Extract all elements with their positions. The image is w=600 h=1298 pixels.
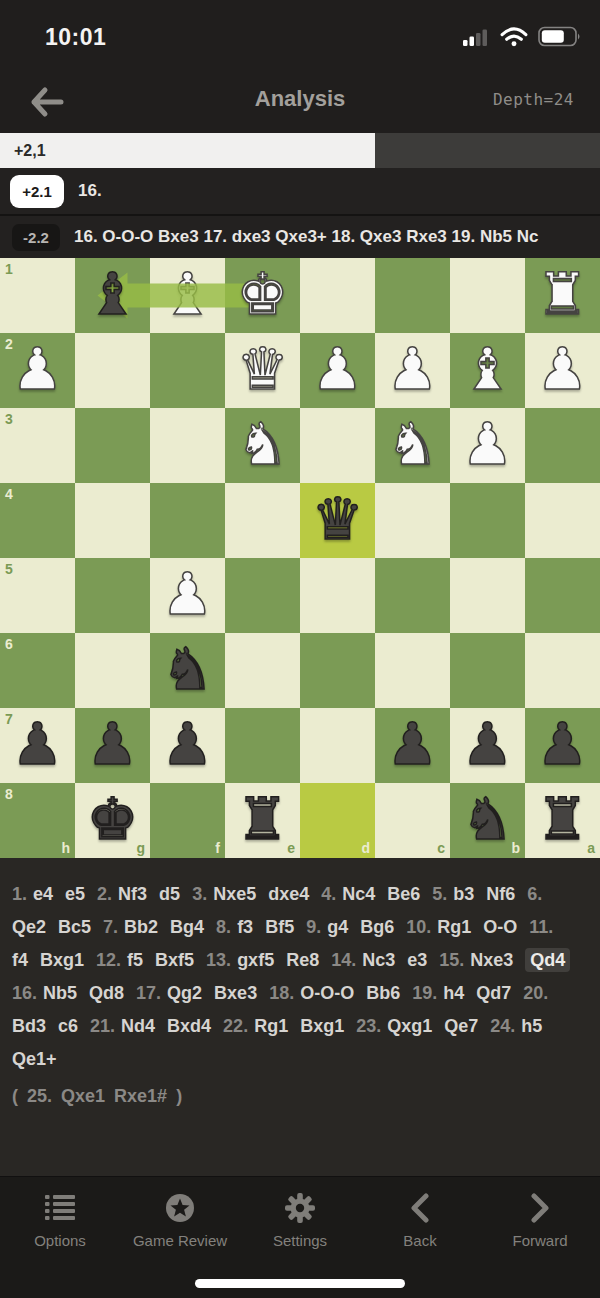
piece-wN-e3: ♞	[225, 408, 300, 483]
move-token[interactable]: Bb6	[366, 983, 400, 1003]
piece-wB-f1: ♝	[150, 258, 225, 333]
piece-wP-b3: ♟	[450, 408, 525, 483]
piece-bQ-d4: ♛	[300, 483, 375, 558]
analysis-screen: 10:01 Analy	[0, 0, 600, 1298]
move-token[interactable]: h5	[521, 1016, 542, 1036]
square-d4[interactable]: ♛	[300, 483, 375, 558]
move-token[interactable]: Rg1	[437, 917, 471, 937]
evaluation-bar: +2,1	[0, 133, 600, 168]
move-token[interactable]: Bg6	[360, 917, 394, 937]
move-number: 23.	[356, 1016, 381, 1036]
move-token: Rxe1#	[114, 1086, 167, 1106]
file-label-c: c	[437, 840, 445, 856]
move-number: 22.	[223, 1016, 248, 1036]
move-token[interactable]: e5	[65, 884, 85, 904]
move-token[interactable]: O-O	[483, 917, 517, 937]
square-c8[interactable]: c	[375, 783, 450, 858]
piece-bN-f6: ♞	[150, 633, 225, 708]
move-number: 24.	[490, 1016, 515, 1036]
move-token[interactable]: Nc4	[342, 884, 375, 904]
status-bar: 10:01	[0, 0, 600, 70]
move-token[interactable]: Qd7	[476, 983, 511, 1003]
square-h3[interactable]: 3	[0, 408, 75, 483]
move-number: 4.	[321, 884, 336, 904]
move-list-line-4: 16.Nb5Qd817.Qg2Bxe318.O-O-OBb619.h4Qd720…	[12, 977, 588, 1010]
square-h8[interactable]: 8h	[0, 783, 75, 858]
move-token[interactable]: Bc5	[58, 917, 91, 937]
square-c6[interactable]	[375, 633, 450, 708]
move-token[interactable]: Be6	[387, 884, 420, 904]
square-b8[interactable]: b♞	[450, 783, 525, 858]
square-d6[interactable]	[300, 633, 375, 708]
move-list-line-3: f4Bxg112.f5Bxf513.gxf5Re814.Nc3e315.Nxe3…	[12, 944, 588, 977]
square-a4[interactable]	[525, 483, 600, 558]
move-token[interactable]: Qxg1	[387, 1016, 432, 1036]
square-c1[interactable]	[375, 258, 450, 333]
move-token[interactable]: Nb5	[43, 983, 77, 1003]
move-number: 10.	[406, 917, 431, 937]
move-token[interactable]: Bxd4	[167, 1016, 211, 1036]
rank-label-3: 3	[5, 411, 13, 427]
move-token: )	[176, 1086, 182, 1106]
eval-badge: -2.2	[12, 224, 60, 251]
square-f1[interactable]: ♝	[150, 258, 225, 333]
move-token[interactable]: Nxe5	[213, 884, 256, 904]
file-label-f: f	[215, 840, 220, 856]
engine-line-2[interactable]: -2.2 16. O-O-O Bxe3 17. dxe3 Qxe3+ 18. Q…	[0, 216, 600, 258]
move-number: 7.	[103, 917, 118, 937]
move-number: 17.	[136, 983, 161, 1003]
move-token[interactable]: Re8	[286, 950, 319, 970]
square-b5[interactable]	[450, 558, 525, 633]
piece-bP-c7: ♟	[375, 708, 450, 783]
piece-wP-c2: ♟	[375, 333, 450, 408]
move-token[interactable]: b3	[453, 884, 474, 904]
square-f2[interactable]	[150, 333, 225, 408]
piece-bR-a8: ♜	[525, 783, 600, 858]
square-e1[interactable]: ♚	[225, 258, 300, 333]
move-number: 14.	[331, 950, 356, 970]
nav-label: Options	[34, 1232, 86, 1249]
nav-label: Game Review	[133, 1232, 227, 1249]
square-g1[interactable]: ♝	[75, 258, 150, 333]
rank-label-4: 4	[5, 486, 13, 502]
engine-line-moves: 16. O-O-O Bxe3 17. dxe3 Qxe3+ 18. Qxe3 R…	[74, 227, 538, 247]
square-c2[interactable]: ♟	[375, 333, 450, 408]
move-token[interactable]: Bf5	[265, 917, 294, 937]
square-f8[interactable]: f	[150, 783, 225, 858]
square-b3[interactable]: ♟	[450, 408, 525, 483]
move-number: 5.	[432, 884, 447, 904]
battery-icon	[538, 26, 582, 47]
move-token[interactable]: dxe4	[268, 884, 309, 904]
square-a5[interactable]	[525, 558, 600, 633]
piece-bP-a7: ♟	[525, 708, 600, 783]
move-list-line-1: 1.e4e52.Nf3d53.Nxe5dxe44.Nc4Be65.b3Nf66.	[12, 878, 588, 911]
piece-bB-g1: ♝	[75, 258, 150, 333]
move-token[interactable]: f4	[12, 950, 28, 970]
move-number: 19.	[412, 983, 437, 1003]
square-a6[interactable]	[525, 633, 600, 708]
square-h1[interactable]: 1	[0, 258, 75, 333]
square-g4[interactable]	[75, 483, 150, 558]
square-c3[interactable]: ♞	[375, 408, 450, 483]
file-label-h: h	[61, 840, 70, 856]
move-number: 18.	[269, 983, 294, 1003]
square-g6[interactable]	[75, 633, 150, 708]
square-h6[interactable]: 6	[0, 633, 75, 708]
move-number: 11.	[529, 917, 553, 937]
move-list: 1.e4e52.Nf3d53.Nxe5dxe44.Nc4Be65.b3Nf66.…	[0, 858, 600, 1176]
move-token[interactable]: Qd8	[89, 983, 124, 1003]
move-token[interactable]: O-O-O	[300, 983, 354, 1003]
evaluation-value: +2,1	[14, 142, 46, 160]
piece-bP-g7: ♟	[75, 708, 150, 783]
square-e2[interactable]: ♛	[225, 333, 300, 408]
square-a8[interactable]: a♜	[525, 783, 600, 858]
evaluation-bar-white-fill: +2,1	[0, 133, 375, 168]
square-g8[interactable]: g♚	[75, 783, 150, 858]
square-f6[interactable]: ♞	[150, 633, 225, 708]
square-d3[interactable]	[300, 408, 375, 483]
move-token[interactable]: Bb2	[124, 917, 158, 937]
square-a3[interactable]	[525, 408, 600, 483]
move-token[interactable]: c6	[58, 1016, 78, 1036]
engine-depth-label: Depth=24	[493, 90, 574, 109]
piece-bP-f7: ♟	[150, 708, 225, 783]
square-b6[interactable]	[450, 633, 525, 708]
piece-bP-h7: ♟	[0, 708, 75, 783]
chess-board: 1♝♝♚♜2♟♛♟♟♝♟3♞♞♟4♛5♟6♞7♟♟♟♟♟♟8hg♚fe♜dcb♞…	[0, 258, 600, 858]
rank-label-6: 6	[5, 636, 13, 652]
square-e4[interactable]	[225, 483, 300, 558]
move-token: (	[12, 1086, 18, 1106]
piece-wP-d2: ♟	[300, 333, 375, 408]
move-number: 9.	[306, 917, 321, 937]
square-g3[interactable]	[75, 408, 150, 483]
header: Analysis Depth=24	[0, 70, 600, 133]
square-e8[interactable]: e♜	[225, 783, 300, 858]
engine-line-moves: 16.	[78, 181, 102, 201]
move-list-line-6: Qe1+	[12, 1043, 588, 1076]
square-c5[interactable]	[375, 558, 450, 633]
move-number: 21.	[90, 1016, 115, 1036]
square-h7[interactable]: 7♟	[0, 708, 75, 783]
move-number: 3.	[192, 884, 207, 904]
square-d8[interactable]: d	[300, 783, 375, 858]
move-token[interactable]: g4	[327, 917, 348, 937]
gear-icon	[284, 1191, 316, 1225]
square-f3[interactable]	[150, 408, 225, 483]
move-token[interactable]: f3	[237, 917, 253, 937]
square-h2[interactable]: 2♟	[0, 333, 75, 408]
move-token[interactable]: f5	[127, 950, 143, 970]
square-d5[interactable]	[300, 558, 375, 633]
move-number: 1.	[12, 884, 27, 904]
square-e7[interactable]	[225, 708, 300, 783]
move-token[interactable]: Qe1+	[12, 1049, 57, 1069]
move-number: 6.	[527, 884, 542, 904]
move-token[interactable]: Rg1	[254, 1016, 288, 1036]
move-token[interactable]: e4	[33, 884, 53, 904]
square-b2[interactable]: ♝	[450, 333, 525, 408]
nav-item-forward[interactable]: Forward	[480, 1177, 600, 1298]
move-list-line-2: Qe2Bc57.Bb2Bg48.f3Bf59.g4Bg610.Rg1O-O11.	[12, 911, 588, 944]
home-indicator[interactable]	[195, 1279, 405, 1288]
square-h5[interactable]: 5	[0, 558, 75, 633]
piece-bP-b7: ♟	[450, 708, 525, 783]
move-token[interactable]: Nxe3	[470, 950, 513, 970]
piece-wB-b2: ♝	[450, 333, 525, 408]
move-number: 2.	[97, 884, 112, 904]
move-token[interactable]: Qg2	[167, 983, 202, 1003]
square-c7[interactable]: ♟	[375, 708, 450, 783]
square-d1[interactable]	[300, 258, 375, 333]
options-list-icon	[45, 1191, 75, 1225]
piece-wP-h2: ♟	[0, 333, 75, 408]
move-token[interactable]: Bxf5	[155, 950, 194, 970]
move-token[interactable]: Bxe3	[214, 983, 257, 1003]
eval-badge: +2.1	[10, 175, 64, 208]
move-number: 20.	[523, 983, 548, 1003]
square-g5[interactable]	[75, 558, 150, 633]
move-number: 16.	[12, 983, 37, 1003]
move-token[interactable]: Nc3	[362, 950, 395, 970]
move-number: 8.	[216, 917, 231, 937]
move-number: 13.	[206, 950, 231, 970]
move-token[interactable]: Bg4	[170, 917, 204, 937]
square-b1[interactable]	[450, 258, 525, 333]
clock-time: 10:01	[45, 24, 106, 51]
move-token[interactable]: Nf3	[118, 884, 147, 904]
move-list-line-5: Bd3c621.Nd4Bxd422.Rg1Bxg123.Qxg1Qe724.h5	[12, 1010, 588, 1043]
square-d7[interactable]	[300, 708, 375, 783]
move-token[interactable]: Nd4	[121, 1016, 155, 1036]
square-e3[interactable]: ♞	[225, 408, 300, 483]
move-list-line-7: (25.Qxe1Rxe1#)	[12, 1080, 588, 1113]
move-token: Qxe1	[61, 1086, 105, 1106]
square-b4[interactable]	[450, 483, 525, 558]
nav-label: Forward	[512, 1232, 567, 1249]
engine-line-1[interactable]: +2.1 16.	[0, 168, 600, 214]
square-g7[interactable]: ♟	[75, 708, 150, 783]
piece-wP-a2: ♟	[525, 333, 600, 408]
square-f4[interactable]	[150, 483, 225, 558]
move-token[interactable]: Qe2	[12, 917, 46, 937]
piece-wK-e1: ♚	[225, 258, 300, 333]
piece-bR-e8: ♜	[225, 783, 300, 858]
move-token[interactable]: e3	[407, 950, 427, 970]
piece-wR-a1: ♜	[525, 258, 600, 333]
rank-label-5: 5	[5, 561, 13, 577]
move-number: 15.	[439, 950, 464, 970]
move-number: 12.	[96, 950, 121, 970]
wifi-icon	[499, 26, 529, 47]
square-a7[interactable]: ♟	[525, 708, 600, 783]
file-label-d: d	[361, 840, 370, 856]
piece-bN-b8: ♞	[450, 783, 525, 858]
square-f7[interactable]: ♟	[150, 708, 225, 783]
square-c4[interactable]	[375, 483, 450, 558]
square-d2[interactable]: ♟	[300, 333, 375, 408]
piece-wP-f5: ♟	[150, 558, 225, 633]
move-token: 25.	[27, 1086, 52, 1106]
square-g2[interactable]	[75, 333, 150, 408]
rank-label-8: 8	[5, 786, 13, 802]
square-b7[interactable]: ♟	[450, 708, 525, 783]
piece-wN-c3: ♞	[375, 408, 450, 483]
move-token[interactable]: gxf5	[237, 950, 274, 970]
rank-label-1: 1	[5, 261, 13, 277]
chevron-right-icon	[529, 1191, 551, 1225]
move-token[interactable]: Bxg1	[40, 950, 84, 970]
move-token[interactable]: Bd3	[12, 1016, 46, 1036]
star-circle-icon	[164, 1191, 196, 1225]
status-icons	[463, 26, 582, 47]
move-token[interactable]: Bxg1	[300, 1016, 344, 1036]
piece-bK-g8: ♚	[75, 783, 150, 858]
square-h4[interactable]: 4	[0, 483, 75, 558]
move-token[interactable]: Qe7	[444, 1016, 478, 1036]
cellular-signal-icon	[463, 28, 490, 46]
move-token[interactable]: h4	[443, 983, 464, 1003]
square-a2[interactable]: ♟	[525, 333, 600, 408]
move-current[interactable]: Qd4	[525, 948, 570, 972]
square-e5[interactable]	[225, 558, 300, 633]
square-f5[interactable]: ♟	[150, 558, 225, 633]
move-token[interactable]: d5	[159, 884, 180, 904]
square-a1[interactable]: ♜	[525, 258, 600, 333]
nav-label: Back	[403, 1232, 436, 1249]
move-token[interactable]: Nf6	[486, 884, 515, 904]
chevron-left-icon	[409, 1191, 431, 1225]
nav-label: Settings	[273, 1232, 327, 1249]
piece-wQ-e2: ♛	[225, 333, 300, 408]
square-e6[interactable]	[225, 633, 300, 708]
nav-item-options[interactable]: Options	[0, 1177, 120, 1298]
